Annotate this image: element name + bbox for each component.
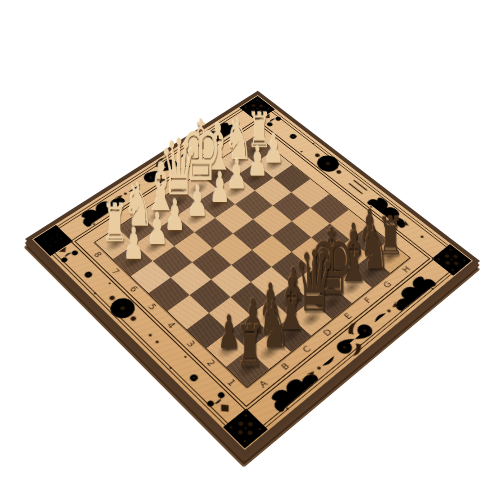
piece-white-pawn-a7[interactable]: ♟ [100, 222, 168, 265]
product-photo: 87654321 ABCDEFGH ♜♞♝♛♚♝♞♜♟♟♟♟♟♟♟♟♟♟♟♟♟♟… [0, 0, 500, 500]
board-face: 87654321 ABCDEFGH ♜♞♝♛♚♝♞♜♟♟♟♟♟♟♟♟♟♟♟♟♟♟… [25, 91, 480, 458]
chess-board-box: 87654321 ABCDEFGH ♜♞♝♛♚♝♞♜♟♟♟♟♟♟♟♟♟♟♟♟♟♟… [25, 91, 480, 458]
piece-black-rook-a1[interactable]: ♜ [214, 318, 287, 375]
